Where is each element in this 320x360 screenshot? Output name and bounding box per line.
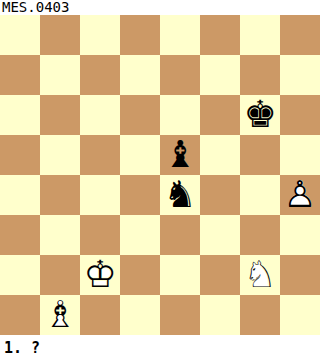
square-c7[interactable] bbox=[80, 55, 120, 95]
square-f6[interactable] bbox=[200, 95, 240, 135]
square-b5[interactable] bbox=[40, 135, 80, 175]
square-h6[interactable] bbox=[280, 95, 320, 135]
square-a5[interactable] bbox=[0, 135, 40, 175]
square-e1[interactable] bbox=[160, 295, 200, 335]
square-b4[interactable] bbox=[40, 175, 80, 215]
square-c6[interactable] bbox=[80, 95, 120, 135]
square-f2[interactable] bbox=[200, 255, 240, 295]
black-knight[interactable]: ♞ bbox=[160, 175, 200, 215]
square-c3[interactable] bbox=[80, 215, 120, 255]
square-h2[interactable] bbox=[280, 255, 320, 295]
square-e8[interactable] bbox=[160, 15, 200, 55]
square-g7[interactable] bbox=[240, 55, 280, 95]
square-f1[interactable] bbox=[200, 295, 240, 335]
square-g8[interactable] bbox=[240, 15, 280, 55]
square-e6[interactable] bbox=[160, 95, 200, 135]
square-a2[interactable] bbox=[0, 255, 40, 295]
black-bishop[interactable]: ♝ bbox=[160, 135, 200, 175]
square-d1[interactable] bbox=[120, 295, 160, 335]
square-g3[interactable] bbox=[240, 215, 280, 255]
square-b7[interactable] bbox=[40, 55, 80, 95]
square-e5[interactable]: ♝ bbox=[160, 135, 200, 175]
diagram-title: MES.0403 bbox=[0, 0, 320, 15]
square-c5[interactable] bbox=[80, 135, 120, 175]
square-a6[interactable] bbox=[0, 95, 40, 135]
square-b3[interactable] bbox=[40, 215, 80, 255]
square-d5[interactable] bbox=[120, 135, 160, 175]
square-b8[interactable] bbox=[40, 15, 80, 55]
square-d6[interactable] bbox=[120, 95, 160, 135]
square-b6[interactable] bbox=[40, 95, 80, 135]
square-h1[interactable] bbox=[280, 295, 320, 335]
square-a4[interactable] bbox=[0, 175, 40, 215]
square-c1[interactable] bbox=[80, 295, 120, 335]
black-king[interactable]: ♚ bbox=[240, 95, 280, 135]
square-e3[interactable] bbox=[160, 215, 200, 255]
square-b2[interactable] bbox=[40, 255, 80, 295]
square-d3[interactable] bbox=[120, 215, 160, 255]
square-c4[interactable] bbox=[80, 175, 120, 215]
chess-board: ♚♝♞♟♙♚♔♞♘♝♗ bbox=[0, 15, 320, 335]
square-f5[interactable] bbox=[200, 135, 240, 175]
square-d8[interactable] bbox=[120, 15, 160, 55]
square-d7[interactable] bbox=[120, 55, 160, 95]
white-pawn[interactable]: ♙ bbox=[280, 175, 320, 215]
square-h7[interactable] bbox=[280, 55, 320, 95]
square-e2[interactable] bbox=[160, 255, 200, 295]
square-f3[interactable] bbox=[200, 215, 240, 255]
square-e7[interactable] bbox=[160, 55, 200, 95]
square-d4[interactable] bbox=[120, 175, 160, 215]
square-g6[interactable]: ♚ bbox=[240, 95, 280, 135]
square-a8[interactable] bbox=[0, 15, 40, 55]
square-a3[interactable] bbox=[0, 215, 40, 255]
square-g5[interactable] bbox=[240, 135, 280, 175]
square-f8[interactable] bbox=[200, 15, 240, 55]
white-knight[interactable]: ♘ bbox=[240, 255, 280, 295]
move-prompt: 1. ? bbox=[0, 335, 320, 360]
square-c2[interactable]: ♚♔ bbox=[80, 255, 120, 295]
square-f7[interactable] bbox=[200, 55, 240, 95]
square-g1[interactable] bbox=[240, 295, 280, 335]
square-a1[interactable] bbox=[0, 295, 40, 335]
square-h8[interactable] bbox=[280, 15, 320, 55]
square-h5[interactable] bbox=[280, 135, 320, 175]
square-f4[interactable] bbox=[200, 175, 240, 215]
white-king[interactable]: ♔ bbox=[80, 255, 120, 295]
square-d2[interactable] bbox=[120, 255, 160, 295]
square-a7[interactable] bbox=[0, 55, 40, 95]
square-g4[interactable] bbox=[240, 175, 280, 215]
square-g2[interactable]: ♞♘ bbox=[240, 255, 280, 295]
square-h4[interactable]: ♟♙ bbox=[280, 175, 320, 215]
white-bishop[interactable]: ♗ bbox=[40, 295, 80, 335]
square-e4[interactable]: ♞ bbox=[160, 175, 200, 215]
square-h3[interactable] bbox=[280, 215, 320, 255]
square-c8[interactable] bbox=[80, 15, 120, 55]
square-b1[interactable]: ♝♗ bbox=[40, 295, 80, 335]
